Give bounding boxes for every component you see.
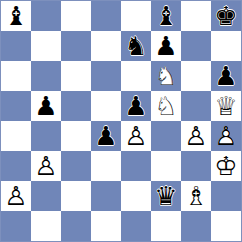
square-a7[interactable] — [1, 31, 31, 61]
square-f4[interactable] — [151, 121, 181, 151]
piece-black-pawn[interactable]: ♟ — [91, 121, 121, 151]
square-g3[interactable] — [181, 151, 211, 181]
piece-white-pawn[interactable]: ♟♙ — [31, 151, 61, 181]
square-h1[interactable] — [211, 211, 241, 241]
square-g4[interactable]: ♟♙ — [181, 121, 211, 151]
piece-white-knight[interactable]: ♞♘ — [151, 61, 181, 91]
square-c1[interactable] — [61, 211, 91, 241]
square-c4[interactable] — [61, 121, 91, 151]
square-d3[interactable] — [91, 151, 121, 181]
square-g5[interactable] — [181, 91, 211, 121]
piece-outline-layer: ♗ — [181, 181, 211, 211]
square-h5[interactable]: ♛♕ — [211, 91, 241, 121]
square-a5[interactable] — [1, 91, 31, 121]
square-c8[interactable] — [61, 1, 91, 31]
square-g7[interactable] — [181, 31, 211, 61]
piece-white-pawn[interactable]: ♟♙ — [1, 181, 31, 211]
square-e2[interactable] — [121, 181, 151, 211]
piece-black-knight[interactable]: ♞ — [121, 31, 151, 61]
piece-outline-layer: ♙ — [1, 181, 31, 211]
square-h3[interactable]: ♚♔ — [211, 151, 241, 181]
piece-black-bishop[interactable]: ♝ — [151, 1, 181, 31]
chess-board-container: ♝♝♚♞♟♞♘♟♟♟♞♘♛♕♟♟♙♟♙♟♙♟♙♚♔♟♙♛♝♗ — [0, 0, 242, 242]
piece-outline-layer: ♘ — [151, 91, 181, 121]
piece-outline-layer: ♙ — [181, 121, 211, 151]
square-d6[interactable] — [91, 61, 121, 91]
piece-white-queen[interactable]: ♛♕ — [211, 91, 241, 121]
square-d5[interactable] — [91, 91, 121, 121]
square-d4[interactable]: ♟ — [91, 121, 121, 151]
piece-black-pawn[interactable]: ♟ — [211, 61, 241, 91]
piece-white-king[interactable]: ♚♔ — [211, 151, 241, 181]
square-a1[interactable] — [1, 211, 31, 241]
square-a2[interactable]: ♟♙ — [1, 181, 31, 211]
square-g1[interactable] — [181, 211, 211, 241]
piece-white-bishop[interactable]: ♝♗ — [181, 181, 211, 211]
square-c2[interactable] — [61, 181, 91, 211]
square-b5[interactable]: ♟ — [31, 91, 61, 121]
square-d7[interactable] — [91, 31, 121, 61]
square-e8[interactable] — [121, 1, 151, 31]
piece-black-pawn[interactable]: ♟ — [151, 31, 181, 61]
square-h6[interactable]: ♟ — [211, 61, 241, 91]
square-c7[interactable] — [61, 31, 91, 61]
piece-outline-layer: ♙ — [211, 121, 241, 151]
square-b3[interactable]: ♟♙ — [31, 151, 61, 181]
square-a3[interactable] — [1, 151, 31, 181]
square-c3[interactable] — [61, 151, 91, 181]
square-g2[interactable]: ♝♗ — [181, 181, 211, 211]
square-f8[interactable]: ♝ — [151, 1, 181, 31]
square-h4[interactable]: ♟♙ — [211, 121, 241, 151]
square-h7[interactable] — [211, 31, 241, 61]
piece-black-pawn[interactable]: ♟ — [31, 91, 61, 121]
chess-board: ♝♝♚♞♟♞♘♟♟♟♞♘♛♕♟♟♙♟♙♟♙♟♙♚♔♟♙♛♝♗ — [0, 0, 242, 242]
piece-black-king[interactable]: ♚ — [211, 1, 241, 31]
piece-outline-layer: ♔ — [211, 151, 241, 181]
square-c5[interactable] — [61, 91, 91, 121]
square-e3[interactable] — [121, 151, 151, 181]
square-f6[interactable]: ♞♘ — [151, 61, 181, 91]
square-f3[interactable] — [151, 151, 181, 181]
piece-black-queen[interactable]: ♛ — [151, 181, 181, 211]
piece-white-pawn[interactable]: ♟♙ — [121, 121, 151, 151]
square-b2[interactable] — [31, 181, 61, 211]
square-e6[interactable] — [121, 61, 151, 91]
square-f5[interactable]: ♞♘ — [151, 91, 181, 121]
piece-outline-layer: ♙ — [31, 151, 61, 181]
piece-white-knight[interactable]: ♞♘ — [151, 91, 181, 121]
square-e1[interactable] — [121, 211, 151, 241]
square-e4[interactable]: ♟♙ — [121, 121, 151, 151]
square-g8[interactable] — [181, 1, 211, 31]
square-d2[interactable] — [91, 181, 121, 211]
square-b4[interactable] — [31, 121, 61, 151]
square-b7[interactable] — [31, 31, 61, 61]
square-f1[interactable] — [151, 211, 181, 241]
square-f7[interactable]: ♟ — [151, 31, 181, 61]
square-d8[interactable] — [91, 1, 121, 31]
square-b1[interactable] — [31, 211, 61, 241]
square-c6[interactable] — [61, 61, 91, 91]
piece-outline-layer: ♙ — [121, 121, 151, 151]
square-d1[interactable] — [91, 211, 121, 241]
square-e7[interactable]: ♞ — [121, 31, 151, 61]
piece-white-pawn[interactable]: ♟♙ — [211, 121, 241, 151]
square-h8[interactable]: ♚ — [211, 1, 241, 31]
piece-outline-layer: ♘ — [151, 61, 181, 91]
square-f2[interactable]: ♛ — [151, 181, 181, 211]
square-h2[interactable] — [211, 181, 241, 211]
square-a6[interactable] — [1, 61, 31, 91]
piece-black-pawn[interactable]: ♟ — [121, 91, 151, 121]
piece-white-pawn[interactable]: ♟♙ — [181, 121, 211, 151]
square-a8[interactable]: ♝ — [1, 1, 31, 31]
square-b8[interactable] — [31, 1, 61, 31]
square-b6[interactable] — [31, 61, 61, 91]
piece-black-bishop[interactable]: ♝ — [1, 1, 31, 31]
square-a4[interactable] — [1, 121, 31, 151]
square-e5[interactable]: ♟ — [121, 91, 151, 121]
square-g6[interactable] — [181, 61, 211, 91]
piece-outline-layer: ♕ — [211, 91, 241, 121]
